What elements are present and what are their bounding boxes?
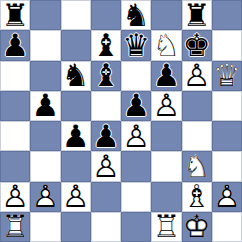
white-king-icon: ♚♔ [182, 212, 212, 242]
piece-outline: ♙ [182, 61, 212, 91]
white-pawn-icon: ♟♙ [121, 121, 151, 151]
square-c7[interactable] [61, 30, 91, 60]
piece-outline: ♘ [182, 151, 212, 181]
piece-outline: ♙ [91, 151, 121, 181]
square-e4[interactable]: ♟♙ [121, 121, 151, 151]
square-f4[interactable] [151, 121, 181, 151]
white-rook-icon: ♜♖ [0, 212, 30, 242]
chess-board: ♜♞♜♟♝♛♞♘♚♞♝♟♟♙♛♕♟♟♟♙♟♟♟♙♟♙♞♘♟♙♟♙♟♙♝♗♟♙♜♖… [0, 0, 242, 242]
square-d4[interactable]: ♟ [91, 121, 121, 151]
square-d2[interactable] [91, 182, 121, 212]
black-pawn-icon: ♟ [121, 91, 151, 121]
black-king-icon: ♚ [182, 30, 212, 60]
piece-fill: ♚ [182, 30, 212, 60]
piece-fill: ♞ [121, 0, 151, 30]
square-a2[interactable]: ♟♙ [0, 182, 30, 212]
white-pawn-icon: ♟♙ [0, 182, 30, 212]
square-a4[interactable] [0, 121, 30, 151]
piece-fill: ♟ [0, 30, 30, 60]
piece-outline: ♕ [212, 61, 242, 91]
square-h7[interactable] [212, 30, 242, 60]
square-b6[interactable] [30, 61, 60, 91]
square-c8[interactable] [61, 0, 91, 30]
square-a7[interactable]: ♟ [0, 30, 30, 60]
black-pawn-icon: ♟ [61, 121, 91, 151]
white-pawn-icon: ♟♙ [91, 151, 121, 181]
square-h1[interactable] [212, 212, 242, 242]
square-g6[interactable]: ♟♙ [182, 61, 212, 91]
square-d1[interactable] [91, 212, 121, 242]
square-c6[interactable]: ♞ [61, 61, 91, 91]
piece-fill: ♞ [61, 61, 91, 91]
white-pawn-icon: ♟♙ [61, 182, 91, 212]
square-e5[interactable]: ♟ [121, 91, 151, 121]
square-b8[interactable] [30, 0, 60, 30]
square-g1[interactable]: ♚♔ [182, 212, 212, 242]
piece-fill: ♟ [121, 91, 151, 121]
square-e6[interactable] [121, 61, 151, 91]
square-h5[interactable] [212, 91, 242, 121]
square-b4[interactable] [30, 121, 60, 151]
white-pawn-icon: ♟♙ [30, 182, 60, 212]
square-d3[interactable]: ♟♙ [91, 151, 121, 181]
square-g3[interactable]: ♞♘ [182, 151, 212, 181]
black-pawn-icon: ♟ [30, 91, 60, 121]
square-h2[interactable]: ♟♙ [212, 182, 242, 212]
square-e7[interactable]: ♛ [121, 30, 151, 60]
square-c3[interactable] [61, 151, 91, 181]
square-c1[interactable] [61, 212, 91, 242]
square-f1[interactable]: ♜♖ [151, 212, 181, 242]
piece-outline: ♙ [61, 182, 91, 212]
square-e1[interactable] [121, 212, 151, 242]
square-c4[interactable]: ♟ [61, 121, 91, 151]
white-pawn-icon: ♟♙ [182, 61, 212, 91]
square-h6[interactable]: ♛♕ [212, 61, 242, 91]
white-pawn-icon: ♟♙ [212, 182, 242, 212]
square-b3[interactable] [30, 151, 60, 181]
black-knight-icon: ♞ [121, 0, 151, 30]
piece-fill: ♝ [91, 30, 121, 60]
black-knight-icon: ♞ [61, 61, 91, 91]
square-f8[interactable] [151, 0, 181, 30]
square-d7[interactable]: ♝ [91, 30, 121, 60]
piece-fill: ♟ [151, 61, 181, 91]
square-a1[interactable]: ♜♖ [0, 212, 30, 242]
piece-outline: ♙ [212, 182, 242, 212]
square-b7[interactable] [30, 30, 60, 60]
square-e8[interactable]: ♞ [121, 0, 151, 30]
square-f6[interactable]: ♟ [151, 61, 181, 91]
piece-outline: ♙ [30, 182, 60, 212]
piece-fill: ♜ [0, 0, 30, 30]
black-rook-icon: ♜ [0, 0, 30, 30]
square-h3[interactable] [212, 151, 242, 181]
square-d5[interactable] [91, 91, 121, 121]
square-b2[interactable]: ♟♙ [30, 182, 60, 212]
square-h8[interactable] [212, 0, 242, 30]
square-f2[interactable] [151, 182, 181, 212]
white-bishop-icon: ♝♗ [182, 182, 212, 212]
piece-fill: ♟ [91, 121, 121, 151]
square-a3[interactable] [0, 151, 30, 181]
piece-outline: ♖ [151, 212, 181, 242]
black-bishop-icon: ♝ [91, 30, 121, 60]
square-c2[interactable]: ♟♙ [61, 182, 91, 212]
black-pawn-icon: ♟ [151, 61, 181, 91]
piece-outline: ♙ [0, 182, 30, 212]
piece-outline: ♘ [151, 30, 181, 60]
white-knight-icon: ♞♘ [182, 151, 212, 181]
square-b1[interactable] [30, 212, 60, 242]
piece-outline: ♔ [182, 212, 212, 242]
black-bishop-icon: ♝ [91, 61, 121, 91]
square-g8[interactable]: ♜ [182, 0, 212, 30]
square-a6[interactable] [0, 61, 30, 91]
square-f7[interactable]: ♞♘ [151, 30, 181, 60]
square-b5[interactable]: ♟ [30, 91, 60, 121]
white-queen-icon: ♛♕ [212, 61, 242, 91]
piece-fill: ♝ [91, 61, 121, 91]
square-f3[interactable] [151, 151, 181, 181]
square-g7[interactable]: ♚ [182, 30, 212, 60]
black-pawn-icon: ♟ [91, 121, 121, 151]
square-a8[interactable]: ♜ [0, 0, 30, 30]
square-g5[interactable] [182, 91, 212, 121]
square-g2[interactable]: ♝♗ [182, 182, 212, 212]
piece-outline: ♙ [151, 91, 181, 121]
white-pawn-icon: ♟♙ [151, 91, 181, 121]
piece-outline: ♗ [182, 182, 212, 212]
black-queen-icon: ♛ [121, 30, 151, 60]
square-g4[interactable] [182, 121, 212, 151]
piece-fill: ♜ [182, 0, 212, 30]
square-c5[interactable] [61, 91, 91, 121]
black-pawn-icon: ♟ [0, 30, 30, 60]
piece-fill: ♟ [61, 121, 91, 151]
square-e2[interactable] [121, 182, 151, 212]
white-rook-icon: ♜♖ [151, 212, 181, 242]
white-knight-icon: ♞♘ [151, 30, 181, 60]
piece-fill: ♛ [121, 30, 151, 60]
square-d8[interactable] [91, 0, 121, 30]
square-a5[interactable] [0, 91, 30, 121]
piece-outline: ♖ [0, 212, 30, 242]
square-h4[interactable] [212, 121, 242, 151]
piece-outline: ♙ [121, 121, 151, 151]
black-rook-icon: ♜ [182, 0, 212, 30]
piece-fill: ♟ [30, 91, 60, 121]
square-f5[interactable]: ♟♙ [151, 91, 181, 121]
square-d6[interactable]: ♝ [91, 61, 121, 91]
square-e3[interactable] [121, 151, 151, 181]
